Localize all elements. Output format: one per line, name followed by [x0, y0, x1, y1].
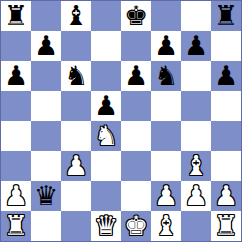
square-f1[interactable]: ♝	[151, 211, 181, 241]
square-c4[interactable]	[61, 121, 91, 151]
square-h8[interactable]: ♜	[211, 1, 241, 31]
square-d3[interactable]	[91, 151, 121, 181]
white-knight-piece: ♞	[94, 122, 118, 149]
square-e5[interactable]	[121, 91, 151, 121]
white-rook-piece: ♜	[214, 212, 238, 239]
white-queen-piece: ♛	[94, 212, 118, 239]
black-pawn-piece: ♟	[124, 62, 148, 89]
square-g6[interactable]	[181, 61, 211, 91]
square-f7[interactable]: ♟	[151, 31, 181, 61]
square-g4[interactable]	[181, 121, 211, 151]
square-d1[interactable]: ♛	[91, 211, 121, 241]
square-a7[interactable]	[1, 31, 31, 61]
black-pawn-piece: ♟	[184, 32, 208, 59]
square-e6[interactable]: ♟	[121, 61, 151, 91]
square-h5[interactable]	[211, 91, 241, 121]
square-a5[interactable]	[1, 91, 31, 121]
square-d6[interactable]	[91, 61, 121, 91]
white-pawn-piece: ♟	[214, 182, 238, 209]
square-f2[interactable]: ♟	[151, 181, 181, 211]
square-c8[interactable]: ♝	[61, 1, 91, 31]
square-d5[interactable]: ♟	[91, 91, 121, 121]
square-b6[interactable]	[31, 61, 61, 91]
black-knight-piece: ♞	[154, 62, 178, 89]
square-f5[interactable]	[151, 91, 181, 121]
white-rook-piece: ♜	[4, 212, 28, 239]
square-d8[interactable]	[91, 1, 121, 31]
square-a4[interactable]	[1, 121, 31, 151]
square-c3[interactable]: ♟	[61, 151, 91, 181]
black-pawn-piece: ♟	[34, 32, 58, 59]
white-bishop-piece: ♝	[184, 152, 208, 179]
square-b5[interactable]	[31, 91, 61, 121]
square-g3[interactable]: ♝	[181, 151, 211, 181]
black-pawn-piece: ♟	[154, 32, 178, 59]
black-bishop-piece: ♝	[64, 2, 88, 29]
black-king-piece: ♚	[124, 2, 148, 29]
square-c1[interactable]	[61, 211, 91, 241]
square-e4[interactable]	[121, 121, 151, 151]
black-rook-piece: ♜	[4, 2, 28, 29]
square-f4[interactable]	[151, 121, 181, 151]
square-a2[interactable]: ♟	[1, 181, 31, 211]
square-a6[interactable]: ♟	[1, 61, 31, 91]
white-pawn-piece: ♟	[64, 152, 88, 179]
chess-board: ♜♝♚♜♟♟♟♟♞♟♞♟♟♞♟♝♟♛♟♟♟♜♛♚♝♜	[0, 0, 242, 242]
square-c5[interactable]	[61, 91, 91, 121]
square-h4[interactable]	[211, 121, 241, 151]
black-queen-piece: ♛	[34, 182, 58, 209]
square-g2[interactable]: ♟	[181, 181, 211, 211]
square-f8[interactable]	[151, 1, 181, 31]
white-pawn-piece: ♟	[4, 182, 28, 209]
square-d4[interactable]: ♞	[91, 121, 121, 151]
square-b1[interactable]	[31, 211, 61, 241]
square-b3[interactable]	[31, 151, 61, 181]
square-c6[interactable]: ♞	[61, 61, 91, 91]
square-c7[interactable]	[61, 31, 91, 61]
square-e2[interactable]	[121, 181, 151, 211]
square-h7[interactable]	[211, 31, 241, 61]
white-pawn-piece: ♟	[154, 182, 178, 209]
square-d7[interactable]	[91, 31, 121, 61]
square-e1[interactable]: ♚	[121, 211, 151, 241]
square-b4[interactable]	[31, 121, 61, 151]
square-g1[interactable]	[181, 211, 211, 241]
square-g7[interactable]: ♟	[181, 31, 211, 61]
white-king-piece: ♚	[124, 212, 148, 239]
square-a3[interactable]	[1, 151, 31, 181]
square-c2[interactable]	[61, 181, 91, 211]
square-e8[interactable]: ♚	[121, 1, 151, 31]
square-f3[interactable]	[151, 151, 181, 181]
square-e3[interactable]	[121, 151, 151, 181]
white-bishop-piece: ♝	[154, 212, 178, 239]
black-pawn-piece: ♟	[94, 92, 118, 119]
square-g5[interactable]	[181, 91, 211, 121]
square-a8[interactable]: ♜	[1, 1, 31, 31]
square-f6[interactable]: ♞	[151, 61, 181, 91]
square-b7[interactable]: ♟	[31, 31, 61, 61]
square-b2[interactable]: ♛	[31, 181, 61, 211]
square-e7[interactable]	[121, 31, 151, 61]
square-h1[interactable]: ♜	[211, 211, 241, 241]
black-knight-piece: ♞	[64, 62, 88, 89]
square-h2[interactable]: ♟	[211, 181, 241, 211]
square-h6[interactable]: ♟	[211, 61, 241, 91]
square-a1[interactable]: ♜	[1, 211, 31, 241]
white-pawn-piece: ♟	[184, 182, 208, 209]
square-g8[interactable]	[181, 1, 211, 31]
square-b8[interactable]	[31, 1, 61, 31]
square-d2[interactable]	[91, 181, 121, 211]
black-pawn-piece: ♟	[4, 62, 28, 89]
square-h3[interactable]	[211, 151, 241, 181]
black-rook-piece: ♜	[214, 2, 238, 29]
black-pawn-piece: ♟	[214, 62, 238, 89]
